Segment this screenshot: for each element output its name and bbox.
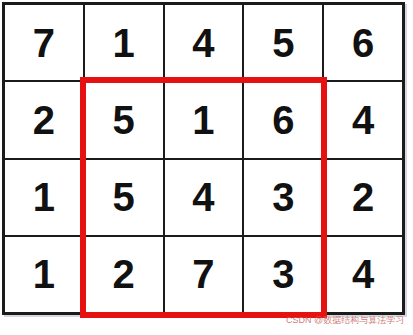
grid-cell-r1c2: 1 bbox=[84, 4, 164, 81]
grid-cell-r3c2: 5 bbox=[84, 159, 164, 236]
grid-cell-r4c1: 1 bbox=[4, 236, 84, 313]
grid-cell-r2c4: 6 bbox=[243, 81, 323, 158]
csdn-watermark: CSDN @数据结构与算法学习 bbox=[286, 314, 404, 327]
grid-cell-r4c5: 4 bbox=[323, 236, 403, 313]
grid-cell-r2c1: 2 bbox=[4, 81, 84, 158]
grid-cell-r4c4: 3 bbox=[243, 236, 323, 313]
grid-cell-r1c5: 6 bbox=[323, 4, 403, 81]
grid-cell-r3c1: 1 bbox=[4, 159, 84, 236]
grid-cell-r3c4: 3 bbox=[243, 159, 323, 236]
grid-cell-r4c3: 7 bbox=[164, 236, 244, 313]
grid-cell-r2c2: 5 bbox=[84, 81, 164, 158]
grid-cell-r4c2: 2 bbox=[84, 236, 164, 313]
grid-cell-r3c5: 2 bbox=[323, 159, 403, 236]
grid-cell-r1c3: 4 bbox=[164, 4, 244, 81]
grid-cell-r3c3: 4 bbox=[164, 159, 244, 236]
grid-cell-r2c3: 1 bbox=[164, 81, 244, 158]
number-grid: 71456251641543212734 bbox=[2, 2, 405, 315]
grid-cell-r1c1: 7 bbox=[4, 4, 84, 81]
matrix-figure: 71456251641543212734 CSDN @数据结构与算法学习 bbox=[0, 0, 413, 335]
grid-cell-r1c4: 5 bbox=[243, 4, 323, 81]
grid-cell-r2c5: 4 bbox=[323, 81, 403, 158]
